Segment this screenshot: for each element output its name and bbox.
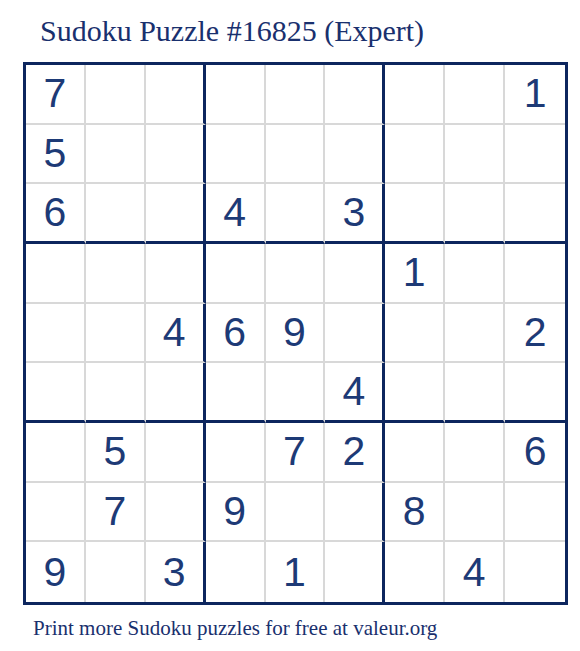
cell-r2c6-empty [325, 125, 385, 185]
cell-r2c2-empty [86, 125, 146, 185]
cell-r7c1-empty [26, 423, 86, 483]
page-title: Sudoku Puzzle #16825 (Expert) [40, 16, 424, 46]
cell-r5c9-given-2: 2 [505, 304, 565, 364]
cell-r1c1-given-7: 7 [26, 65, 86, 125]
cell-r1c3-empty [146, 65, 206, 125]
cell-r5c2-empty [86, 304, 146, 364]
cell-r3c1-given-6: 6 [26, 184, 86, 244]
cell-r5c4-given-6: 6 [206, 304, 266, 364]
cell-r3c3-empty [146, 184, 206, 244]
footer-text: Print more Sudoku puzzles for free at va… [33, 618, 437, 639]
cell-r2c4-empty [206, 125, 266, 185]
cell-r6c4-empty [206, 363, 266, 423]
cell-r3c4-given-4: 4 [206, 184, 266, 244]
cell-r1c5-empty [266, 65, 326, 125]
cell-r2c5-empty [266, 125, 326, 185]
cell-r6c1-empty [26, 363, 86, 423]
cell-r3c5-empty [266, 184, 326, 244]
cell-r2c1-given-5: 5 [26, 125, 86, 185]
cell-r9c4-empty [206, 542, 266, 602]
cell-r5c1-empty [26, 304, 86, 364]
cell-r6c6-given-4: 4 [325, 363, 385, 423]
cell-r8c3-empty [146, 483, 206, 543]
cell-r4c6-empty [325, 244, 385, 304]
cell-r6c7-empty [385, 363, 445, 423]
cell-r4c7-given-1: 1 [385, 244, 445, 304]
cell-r3c2-empty [86, 184, 146, 244]
cell-r5c5-given-9: 9 [266, 304, 326, 364]
cell-r4c4-empty [206, 244, 266, 304]
cell-r9c9-empty [505, 542, 565, 602]
cell-r5c6-empty [325, 304, 385, 364]
cell-r3c6-given-3: 3 [325, 184, 385, 244]
cell-r4c2-empty [86, 244, 146, 304]
cell-r4c9-empty [505, 244, 565, 304]
cell-r7c3-empty [146, 423, 206, 483]
cell-r7c6-given-2: 2 [325, 423, 385, 483]
cell-r9c1-given-9: 9 [26, 542, 86, 602]
cell-r6c5-empty [266, 363, 326, 423]
cell-r6c8-empty [445, 363, 505, 423]
cell-r1c9-given-1: 1 [505, 65, 565, 125]
cell-r8c6-empty [325, 483, 385, 543]
cell-r7c2-given-5: 5 [86, 423, 146, 483]
cell-r9c3-given-3: 3 [146, 542, 206, 602]
cell-r1c8-empty [445, 65, 505, 125]
cell-r6c3-empty [146, 363, 206, 423]
cell-r9c5-given-1: 1 [266, 542, 326, 602]
cell-r8c9-empty [505, 483, 565, 543]
cell-r4c3-empty [146, 244, 206, 304]
cell-r1c6-empty [325, 65, 385, 125]
cell-r6c2-empty [86, 363, 146, 423]
cell-r4c1-empty [26, 244, 86, 304]
cell-r1c2-empty [86, 65, 146, 125]
cell-r9c8-given-4: 4 [445, 542, 505, 602]
cell-r7c5-given-7: 7 [266, 423, 326, 483]
cell-r8c8-empty [445, 483, 505, 543]
cell-r1c4-empty [206, 65, 266, 125]
cell-r3c8-empty [445, 184, 505, 244]
cell-r5c7-empty [385, 304, 445, 364]
cell-r5c3-given-4: 4 [146, 304, 206, 364]
cell-r4c8-empty [445, 244, 505, 304]
cell-r7c9-given-6: 6 [505, 423, 565, 483]
cell-r7c8-empty [445, 423, 505, 483]
cell-r2c9-empty [505, 125, 565, 185]
cell-r8c2-given-7: 7 [86, 483, 146, 543]
sudoku-board: 71564314692457267989314 [23, 62, 568, 605]
cell-r9c7-empty [385, 542, 445, 602]
cell-r6c9-empty [505, 363, 565, 423]
cell-r2c8-empty [445, 125, 505, 185]
cell-r9c6-empty [325, 542, 385, 602]
cell-r8c4-given-9: 9 [206, 483, 266, 543]
cell-r1c7-empty [385, 65, 445, 125]
cell-r2c7-empty [385, 125, 445, 185]
cell-r7c7-empty [385, 423, 445, 483]
cell-r7c4-empty [206, 423, 266, 483]
cell-r2c3-empty [146, 125, 206, 185]
cell-r3c9-empty [505, 184, 565, 244]
cell-r3c7-empty [385, 184, 445, 244]
cell-r4c5-empty [266, 244, 326, 304]
cell-r8c5-empty [266, 483, 326, 543]
cell-r5c8-empty [445, 304, 505, 364]
cell-r8c1-empty [26, 483, 86, 543]
cell-r8c7-given-8: 8 [385, 483, 445, 543]
cell-r9c2-empty [86, 542, 146, 602]
